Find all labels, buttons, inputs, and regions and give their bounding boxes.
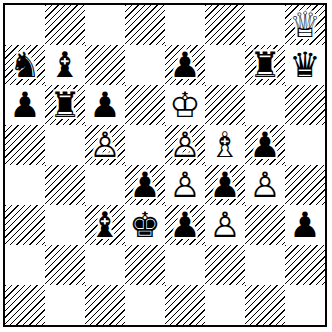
square-d1[interactable]: [125, 285, 165, 325]
piece-black-pawn: ♟: [285, 205, 325, 245]
square-e4[interactable]: ♙: [165, 165, 205, 205]
square-e6[interactable]: ♔: [165, 85, 205, 125]
square-g8[interactable]: [245, 5, 285, 45]
square-a5[interactable]: [5, 125, 45, 165]
square-f4[interactable]: ♟: [205, 165, 245, 205]
square-b7[interactable]: ♝: [45, 45, 85, 85]
piece-black-rook: ♜: [45, 85, 85, 125]
piece-white-pawn: ♙: [165, 125, 205, 165]
piece-black-pawn: ♟: [5, 85, 45, 125]
square-h7[interactable]: ♛: [285, 45, 325, 85]
square-f7[interactable]: [205, 45, 245, 85]
square-h3[interactable]: ♟: [285, 205, 325, 245]
square-e5[interactable]: ♙: [165, 125, 205, 165]
square-d6[interactable]: [125, 85, 165, 125]
square-c3[interactable]: ♝: [85, 205, 125, 245]
square-g6[interactable]: [245, 85, 285, 125]
piece-black-bishop: ♝: [45, 45, 85, 85]
square-d5[interactable]: [125, 125, 165, 165]
piece-black-pawn: ♟: [245, 125, 285, 165]
square-g4[interactable]: ♙: [245, 165, 285, 205]
square-g3[interactable]: [245, 205, 285, 245]
piece-white-queen: ♕: [285, 5, 325, 45]
piece-black-pawn: ♟: [125, 165, 165, 205]
square-h1[interactable]: [285, 285, 325, 325]
square-e2[interactable]: [165, 245, 205, 285]
square-d3[interactable]: ♚: [125, 205, 165, 245]
piece-black-pawn: ♟: [85, 85, 125, 125]
square-a2[interactable]: [5, 245, 45, 285]
piece-black-pawn: ♟: [205, 165, 245, 205]
piece-black-knight: ♞: [5, 45, 45, 85]
square-d8[interactable]: [125, 5, 165, 45]
square-b3[interactable]: [45, 205, 85, 245]
square-b8[interactable]: [45, 5, 85, 45]
piece-white-pawn: ♙: [85, 125, 125, 165]
square-e8[interactable]: [165, 5, 205, 45]
piece-black-pawn: ♟: [165, 45, 205, 85]
square-b1[interactable]: [45, 285, 85, 325]
square-f8[interactable]: [205, 5, 245, 45]
square-d4[interactable]: ♟: [125, 165, 165, 205]
square-g1[interactable]: [245, 285, 285, 325]
square-e1[interactable]: [165, 285, 205, 325]
square-h8[interactable]: ♕: [285, 5, 325, 45]
piece-white-pawn: ♙: [165, 165, 205, 205]
square-f6[interactable]: [205, 85, 245, 125]
square-h4[interactable]: [285, 165, 325, 205]
piece-white-pawn: ♙: [245, 165, 285, 205]
piece-black-queen: ♛: [285, 45, 325, 85]
piece-black-pawn: ♟: [165, 205, 205, 245]
square-a4[interactable]: [5, 165, 45, 205]
square-b5[interactable]: [45, 125, 85, 165]
square-a3[interactable]: [5, 205, 45, 245]
square-a7[interactable]: ♞: [5, 45, 45, 85]
square-g5[interactable]: ♟: [245, 125, 285, 165]
square-d7[interactable]: [125, 45, 165, 85]
square-c6[interactable]: ♟: [85, 85, 125, 125]
square-c8[interactable]: [85, 5, 125, 45]
square-h5[interactable]: [285, 125, 325, 165]
piece-black-king: ♚: [125, 205, 165, 245]
piece-black-bishop: ♝: [85, 205, 125, 245]
square-d2[interactable]: [125, 245, 165, 285]
square-c4[interactable]: [85, 165, 125, 205]
square-a8[interactable]: [5, 5, 45, 45]
square-g7[interactable]: ♜: [245, 45, 285, 85]
piece-white-king: ♔: [165, 85, 205, 125]
square-a6[interactable]: ♟: [5, 85, 45, 125]
square-e3[interactable]: ♟: [165, 205, 205, 245]
square-c7[interactable]: [85, 45, 125, 85]
chess-board-frame: ♕♞♝♟♜♛♟♜♟♔♙♙♗♟♟♙♟♙♝♚♟♙♟: [3, 3, 327, 327]
square-f3[interactable]: ♙: [205, 205, 245, 245]
square-c5[interactable]: ♙: [85, 125, 125, 165]
square-e7[interactable]: ♟: [165, 45, 205, 85]
square-c1[interactable]: [85, 285, 125, 325]
square-b2[interactable]: [45, 245, 85, 285]
square-f1[interactable]: [205, 285, 245, 325]
square-b4[interactable]: [45, 165, 85, 205]
chess-board: ♕♞♝♟♜♛♟♜♟♔♙♙♗♟♟♙♟♙♝♚♟♙♟: [5, 5, 325, 325]
square-c2[interactable]: [85, 245, 125, 285]
square-h2[interactable]: [285, 245, 325, 285]
square-h6[interactable]: [285, 85, 325, 125]
square-f5[interactable]: ♗: [205, 125, 245, 165]
piece-white-bishop: ♗: [205, 125, 245, 165]
piece-white-pawn: ♙: [205, 205, 245, 245]
square-b6[interactable]: ♜: [45, 85, 85, 125]
square-g2[interactable]: [245, 245, 285, 285]
square-a1[interactable]: [5, 285, 45, 325]
piece-black-rook: ♜: [245, 45, 285, 85]
square-f2[interactable]: [205, 245, 245, 285]
